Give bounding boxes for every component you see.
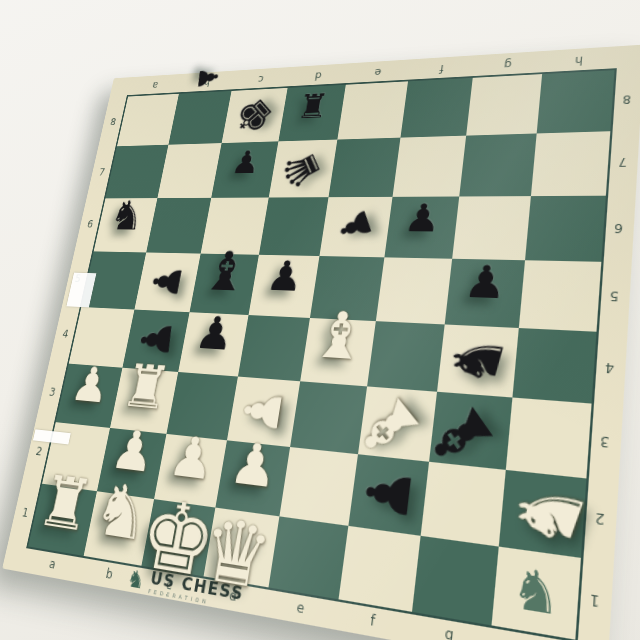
piece-white-bishop-e4[interactable]: ♝ xyxy=(307,304,372,371)
square-e7[interactable] xyxy=(329,138,400,197)
piece-white-queen-d1[interactable]: ♛ xyxy=(195,508,277,605)
square-h7[interactable] xyxy=(530,132,610,196)
square-h8[interactable] xyxy=(536,70,614,134)
rank-label-right-6: 6 xyxy=(601,195,635,262)
piece-black-rook-d8[interactable]: ♜ xyxy=(295,89,331,124)
square-f1[interactable] xyxy=(338,525,421,611)
piece-black-pawn-b8-offboard[interactable]: ♟ xyxy=(193,64,222,91)
square-e2[interactable] xyxy=(279,447,357,525)
piece-black-pawn-d5[interactable]: ♟ xyxy=(264,256,306,298)
piece-black-pawn-c4[interactable]: ♟ xyxy=(192,310,237,357)
rank-label-right-4: 4 xyxy=(592,331,628,406)
square-g1[interactable] xyxy=(412,535,498,625)
square-d6[interactable] xyxy=(258,197,328,256)
piece-black-bishop-c5[interactable]: ♝ xyxy=(198,245,253,300)
rank-label-right-3: 3 xyxy=(586,403,623,482)
square-e1[interactable] xyxy=(268,516,347,599)
square-g8[interactable] xyxy=(466,74,541,136)
square-g7[interactable] xyxy=(459,134,536,196)
square-h5[interactable] xyxy=(518,260,601,331)
piece-black-pawn-c7[interactable]: ♟ xyxy=(229,147,262,179)
rank-label-right-5: 5 xyxy=(597,262,632,333)
square-f5[interactable] xyxy=(375,257,452,323)
piece-black-pawn-b5[interactable]: ♟ xyxy=(146,264,189,300)
square-d4[interactable] xyxy=(238,315,310,382)
square-h6[interactable] xyxy=(524,195,605,261)
piece-black-pawn-g5[interactable]: ♟ xyxy=(462,260,509,306)
rank-label-right-8: 8 xyxy=(610,69,640,132)
rank-label-right-7: 7 xyxy=(606,131,640,196)
piece-white-pawn-d2[interactable]: ♟ xyxy=(227,434,283,497)
square-h4[interactable] xyxy=(512,327,597,403)
rank-label-right-1: 1 xyxy=(575,557,614,640)
square-e8[interactable] xyxy=(337,81,407,139)
piece-black-pawn-f2[interactable]: ♟ xyxy=(356,463,421,525)
piece-black-pawn-f6[interactable]: ♟ xyxy=(402,199,443,238)
us-chess-corner-logo: ♞ xyxy=(508,560,563,625)
square-g6[interactable] xyxy=(452,196,530,260)
square-f7[interactable] xyxy=(392,136,466,197)
square-f8[interactable] xyxy=(400,78,473,138)
